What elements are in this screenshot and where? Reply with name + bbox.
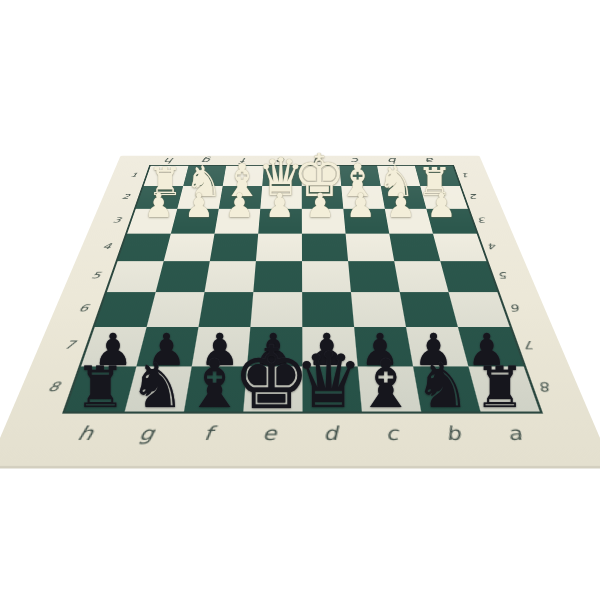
chess-photo-stage: 1122334455667788hhggffeeddccbbaa ♜♞♝♛♚♝♞… bbox=[0, 0, 600, 600]
file-label-bottom-f: f bbox=[203, 424, 213, 443]
piece-white-pawn-a2[interactable]: ♟ bbox=[426, 189, 456, 222]
square-b4[interactable] bbox=[389, 234, 440, 262]
piece-white-pawn-e2[interactable]: ♟ bbox=[265, 189, 295, 222]
file-label-bottom-h: h bbox=[76, 424, 96, 443]
piece-black-knight-b8[interactable]: ♞ bbox=[415, 355, 471, 417]
rank-label-left-3: 3 bbox=[112, 216, 122, 223]
piece-black-rook-a8[interactable]: ♜ bbox=[474, 359, 525, 416]
square-e5[interactable] bbox=[253, 261, 302, 292]
square-f6[interactable] bbox=[199, 292, 254, 327]
piece-white-pawn-b2[interactable]: ♟ bbox=[386, 189, 416, 222]
square-d4[interactable] bbox=[302, 234, 348, 262]
rank-label-left-8: 8 bbox=[47, 380, 62, 393]
square-c6[interactable] bbox=[351, 292, 406, 327]
square-d6[interactable] bbox=[302, 292, 354, 327]
rank-label-right-5: 5 bbox=[498, 271, 510, 280]
rank-label-right-7: 7 bbox=[523, 339, 537, 350]
square-e6[interactable] bbox=[250, 292, 302, 327]
square-f5[interactable] bbox=[204, 261, 255, 292]
piece-black-knight-g8[interactable]: ♞ bbox=[130, 355, 186, 417]
piece-black-bishop-c8[interactable]: ♝ bbox=[356, 351, 416, 418]
rank-label-left-4: 4 bbox=[102, 242, 113, 250]
square-d5[interactable] bbox=[302, 261, 351, 292]
file-label-bottom-c: c bbox=[384, 424, 399, 443]
rank-label-right-2: 2 bbox=[469, 193, 479, 199]
rank-label-right-3: 3 bbox=[478, 216, 488, 223]
piece-white-pawn-g2[interactable]: ♟ bbox=[184, 189, 214, 222]
piece-black-rook-h8[interactable]: ♜ bbox=[75, 359, 126, 416]
file-label-bottom-g: g bbox=[138, 424, 157, 443]
piece-white-pawn-d2[interactable]: ♟ bbox=[305, 189, 335, 222]
rank-label-right-6: 6 bbox=[510, 303, 523, 313]
rank-label-left-1: 1 bbox=[130, 172, 139, 178]
rank-label-left-6: 6 bbox=[78, 303, 91, 313]
square-g5[interactable] bbox=[156, 261, 210, 292]
square-g4[interactable] bbox=[164, 234, 215, 262]
board-perspective-wrapper: 1122334455667788hhggffeeddccbbaa bbox=[0, 0, 600, 600]
square-g6[interactable] bbox=[147, 292, 205, 327]
square-c4[interactable] bbox=[346, 234, 395, 262]
piece-white-pawn-h2[interactable]: ♟ bbox=[144, 189, 174, 222]
piece-black-bishop-f8[interactable]: ♝ bbox=[184, 351, 244, 418]
square-e4[interactable] bbox=[256, 234, 302, 262]
rank-label-right-8: 8 bbox=[538, 380, 553, 393]
square-a4[interactable] bbox=[433, 234, 486, 262]
rank-label-left-7: 7 bbox=[63, 339, 77, 350]
rank-label-left-5: 5 bbox=[90, 271, 102, 280]
file-label-bottom-a: a bbox=[504, 424, 524, 443]
piece-white-pawn-f2[interactable]: ♟ bbox=[224, 189, 254, 222]
square-a5[interactable] bbox=[440, 261, 497, 292]
square-h6[interactable] bbox=[95, 292, 156, 327]
square-b5[interactable] bbox=[394, 261, 448, 292]
square-f4[interactable] bbox=[210, 234, 258, 262]
piece-white-pawn-c2[interactable]: ♟ bbox=[346, 189, 376, 222]
square-a6[interactable] bbox=[449, 292, 510, 327]
file-label-bottom-d: d bbox=[323, 424, 338, 443]
rank-label-right-1: 1 bbox=[461, 172, 470, 178]
square-h5[interactable] bbox=[107, 261, 164, 292]
square-h4[interactable] bbox=[118, 234, 171, 262]
square-c5[interactable] bbox=[348, 261, 400, 292]
file-label-bottom-b: b bbox=[444, 424, 463, 443]
rank-label-left-2: 2 bbox=[121, 193, 131, 199]
rank-label-right-4: 4 bbox=[487, 242, 498, 250]
